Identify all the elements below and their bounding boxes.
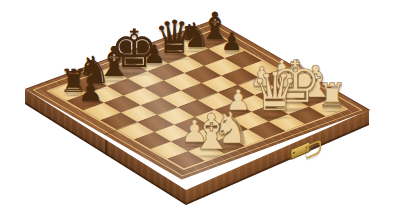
piece-white-rook-h1[interactable]: ♜ <box>316 79 349 112</box>
chess-set-photo: ♜♞♝♚♟♛♞♝♟♟♟♝♞♟♛♚♟♟♞♝♜ <box>0 0 400 215</box>
piece-white-queen-f2[interactable]: ♛ <box>249 66 302 119</box>
piece-white-bishop-b1[interactable]: ♝ <box>186 108 236 158</box>
piece-black-pawn-h7[interactable]: ♟ <box>219 30 243 54</box>
piece-black-pawn-a7[interactable]: ♟ <box>77 78 105 106</box>
